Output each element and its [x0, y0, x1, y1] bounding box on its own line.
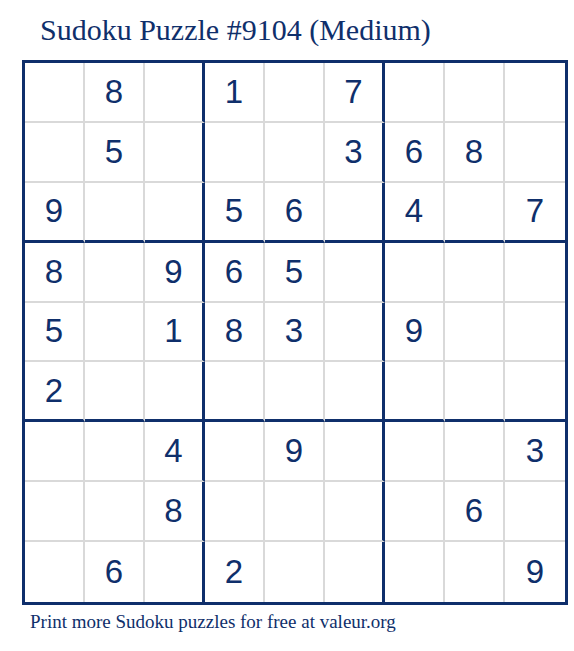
cell-r1c4: 1 [205, 63, 265, 123]
cell-r5c9 [505, 303, 565, 363]
cell-r4c3: 9 [145, 243, 205, 303]
cell-r7c7 [385, 422, 445, 482]
given-digit: 8 [45, 253, 63, 291]
given-digit: 2 [45, 372, 63, 410]
cell-r1c7 [385, 63, 445, 123]
cell-r8c1 [25, 482, 85, 542]
cell-r3c5: 6 [265, 183, 325, 243]
cell-r2c9 [505, 123, 565, 183]
cell-r8c4 [205, 482, 265, 542]
cell-r7c6 [325, 422, 385, 482]
cell-r8c2 [85, 482, 145, 542]
cell-r2c1 [25, 123, 85, 183]
cell-r2c8: 8 [445, 123, 505, 183]
cell-r2c5 [265, 123, 325, 183]
cell-r1c3 [145, 63, 205, 123]
cell-r9c6 [325, 542, 385, 602]
cell-r4c5: 5 [265, 243, 325, 303]
given-digit: 6 [465, 492, 483, 530]
cell-r5c1: 5 [25, 303, 85, 363]
cell-r1c5 [265, 63, 325, 123]
cell-r6c6 [325, 362, 385, 422]
cell-r6c9 [505, 362, 565, 422]
given-digit: 9 [45, 192, 63, 230]
given-digit: 5 [225, 192, 243, 230]
cell-r5c7: 9 [385, 303, 445, 363]
cell-r4c6 [325, 243, 385, 303]
cell-r6c5 [265, 362, 325, 422]
cell-r1c1 [25, 63, 85, 123]
cell-r2c4 [205, 123, 265, 183]
cell-r4c7 [385, 243, 445, 303]
given-digit: 6 [225, 253, 243, 291]
given-digit: 5 [45, 312, 63, 350]
cell-r8c3: 8 [145, 482, 205, 542]
given-digit: 3 [344, 133, 362, 171]
given-digit: 8 [164, 492, 182, 530]
cell-r9c1 [25, 542, 85, 602]
cell-r2c7: 6 [385, 123, 445, 183]
cell-r9c3 [145, 542, 205, 602]
cell-r4c1: 8 [25, 243, 85, 303]
cell-r4c4: 6 [205, 243, 265, 303]
cell-r6c4 [205, 362, 265, 422]
cell-r2c6: 3 [325, 123, 385, 183]
given-digit: 6 [285, 192, 303, 230]
cell-r7c5: 9 [265, 422, 325, 482]
cell-r6c1: 2 [25, 362, 85, 422]
cell-r5c6 [325, 303, 385, 363]
cell-r5c4: 8 [205, 303, 265, 363]
cell-r6c8 [445, 362, 505, 422]
page: Sudoku Puzzle #9104 (Medium) 81753689564… [0, 0, 574, 651]
cell-r7c1 [25, 422, 85, 482]
cell-r2c2: 5 [85, 123, 145, 183]
given-digit: 6 [105, 553, 123, 591]
given-digit: 8 [225, 312, 243, 350]
cell-r8c7 [385, 482, 445, 542]
cell-r4c8 [445, 243, 505, 303]
footer-text: Print more Sudoku puzzles for free at va… [30, 611, 396, 633]
given-digit: 8 [105, 73, 123, 111]
given-digit: 5 [105, 133, 123, 171]
given-digit: 8 [465, 133, 483, 171]
cell-r5c5: 3 [265, 303, 325, 363]
cell-r3c1: 9 [25, 183, 85, 243]
cell-r3c9: 7 [505, 183, 565, 243]
given-digit: 9 [164, 253, 182, 291]
cell-r8c5 [265, 482, 325, 542]
given-digit: 9 [526, 553, 544, 591]
given-digit: 7 [526, 192, 544, 230]
given-digit: 9 [285, 432, 303, 470]
cell-r1c8 [445, 63, 505, 123]
given-digit: 1 [225, 73, 243, 111]
cell-r1c9 [505, 63, 565, 123]
cell-r5c3: 1 [145, 303, 205, 363]
given-digit: 3 [526, 432, 544, 470]
cell-r3c3 [145, 183, 205, 243]
cell-r1c6: 7 [325, 63, 385, 123]
cell-r8c9 [505, 482, 565, 542]
given-digit: 2 [225, 553, 243, 591]
given-digit: 1 [164, 312, 182, 350]
cell-r3c2 [85, 183, 145, 243]
cell-r9c5 [265, 542, 325, 602]
cell-r2c3 [145, 123, 205, 183]
cell-r9c8 [445, 542, 505, 602]
cell-r8c8: 6 [445, 482, 505, 542]
given-digit: 6 [405, 133, 423, 171]
cell-r7c2 [85, 422, 145, 482]
cell-r3c4: 5 [205, 183, 265, 243]
given-digit: 5 [285, 253, 303, 291]
cell-r7c9: 3 [505, 422, 565, 482]
cell-r3c8 [445, 183, 505, 243]
cell-r5c2 [85, 303, 145, 363]
cell-r8c6 [325, 482, 385, 542]
cell-r7c8 [445, 422, 505, 482]
given-digit: 7 [344, 73, 362, 111]
cell-r7c3: 4 [145, 422, 205, 482]
page-title: Sudoku Puzzle #9104 (Medium) [40, 13, 431, 47]
sudoku-board: 817536895647896551839249386629 [22, 60, 568, 605]
given-digit: 9 [405, 312, 423, 350]
given-digit: 4 [405, 192, 423, 230]
cell-r9c7 [385, 542, 445, 602]
given-digit: 3 [285, 312, 303, 350]
cell-r9c2: 6 [85, 542, 145, 602]
cell-r9c9: 9 [505, 542, 565, 602]
cell-r9c4: 2 [205, 542, 265, 602]
cell-r7c4 [205, 422, 265, 482]
given-digit: 4 [164, 432, 182, 470]
cell-r1c2: 8 [85, 63, 145, 123]
cell-r3c6 [325, 183, 385, 243]
cell-r5c8 [445, 303, 505, 363]
cell-r6c2 [85, 362, 145, 422]
cell-r3c7: 4 [385, 183, 445, 243]
cell-r6c7 [385, 362, 445, 422]
cell-r4c2 [85, 243, 145, 303]
cell-r6c3 [145, 362, 205, 422]
cell-r4c9 [505, 243, 565, 303]
